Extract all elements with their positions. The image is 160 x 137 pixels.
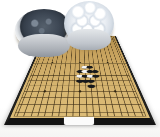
board-point[interactable] (134, 101, 143, 108)
front-clasp-notch (64, 117, 94, 125)
white-stones-bowl (64, 1, 114, 46)
go-set-product-photo: ●●●●●●●●●●●●●● (0, 0, 160, 137)
fold-hinge-seam (34, 63, 127, 64)
